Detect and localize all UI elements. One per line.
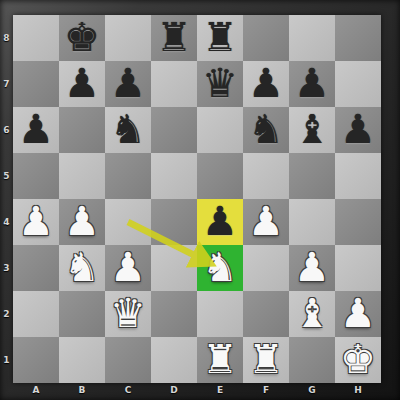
white-king-h1[interactable]: ♚ [335,337,381,383]
square-c5[interactable] [105,153,151,199]
square-b1[interactable] [59,337,105,383]
black-pawn-b7[interactable]: ♟ [59,61,105,107]
square-h6[interactable]: ♟ [335,107,381,153]
chess-board: ♚♜♜♟♟♛♟♟♟♞♞♝♟♟♟♟♟♞♟♞♟♛♝♟♜♜♚ [13,15,381,383]
white-pawn-c3[interactable]: ♟ [105,245,151,291]
square-f2[interactable] [243,291,289,337]
square-a5[interactable] [13,153,59,199]
square-e1[interactable]: ♜ [197,337,243,383]
square-h3[interactable] [335,245,381,291]
square-g7[interactable]: ♟ [289,61,335,107]
square-d6[interactable] [151,107,197,153]
highlight-green-square-e3[interactable]: ♞ [197,245,243,291]
square-g5[interactable] [289,153,335,199]
square-d4[interactable] [151,199,197,245]
white-knight-b3[interactable]: ♞ [59,245,105,291]
square-c3[interactable]: ♟ [105,245,151,291]
square-b6[interactable] [59,107,105,153]
square-e7[interactable]: ♛ [197,61,243,107]
file-label-g: G [289,383,335,400]
square-c4[interactable] [105,199,151,245]
square-a7[interactable] [13,61,59,107]
square-g6[interactable]: ♝ [289,107,335,153]
black-pawn-c7[interactable]: ♟ [105,61,151,107]
square-a3[interactable] [13,245,59,291]
rank-label-2: 2 [0,291,13,337]
file-label-f: F [243,383,289,400]
file-label-b: B [59,383,105,400]
square-e2[interactable] [197,291,243,337]
square-g8[interactable] [289,15,335,61]
square-a1[interactable] [13,337,59,383]
black-pawn-a6[interactable]: ♟ [13,107,59,153]
square-h8[interactable] [335,15,381,61]
square-c1[interactable] [105,337,151,383]
black-rook-e8[interactable]: ♜ [197,15,243,61]
rank-label-6: 6 [0,107,13,153]
square-b7[interactable]: ♟ [59,61,105,107]
square-h1[interactable]: ♚ [335,337,381,383]
square-h5[interactable] [335,153,381,199]
rank-label-1: 1 [0,337,13,383]
file-label-h: H [335,383,381,400]
square-f5[interactable] [243,153,289,199]
file-label-a: A [13,383,59,400]
square-f7[interactable]: ♟ [243,61,289,107]
square-a8[interactable] [13,15,59,61]
square-d2[interactable] [151,291,197,337]
rank-label-5: 5 [0,153,13,199]
square-d8[interactable]: ♜ [151,15,197,61]
rank-label-7: 7 [0,61,13,107]
rank-label-3: 3 [0,245,13,291]
white-rook-e1[interactable]: ♜ [197,337,243,383]
highlight-yellow-square-e4[interactable]: ♟ [197,199,243,245]
square-c8[interactable] [105,15,151,61]
chess-app-window: ♚♜♜♟♟♛♟♟♟♞♞♝♟♟♟♟♟♞♟♞♟♛♝♟♜♜♚ 87654321 ABC… [0,0,400,400]
black-pawn-e4[interactable]: ♟ [197,199,243,245]
square-b2[interactable] [59,291,105,337]
white-knight-e3[interactable]: ♞ [197,245,243,291]
black-bishop-g6[interactable]: ♝ [289,107,335,153]
square-g1[interactable] [289,337,335,383]
square-g3[interactable]: ♟ [289,245,335,291]
white-pawn-b4[interactable]: ♟ [59,199,105,245]
black-rook-d8[interactable]: ♜ [151,15,197,61]
square-b3[interactable]: ♞ [59,245,105,291]
black-knight-c6[interactable]: ♞ [105,107,151,153]
square-b5[interactable] [59,153,105,199]
square-f6[interactable]: ♞ [243,107,289,153]
file-label-c: C [105,383,151,400]
square-d7[interactable] [151,61,197,107]
square-b4[interactable]: ♟ [59,199,105,245]
white-bishop-g2[interactable]: ♝ [289,291,335,337]
black-pawn-h6[interactable]: ♟ [335,107,381,153]
square-c2[interactable]: ♛ [105,291,151,337]
black-knight-f6[interactable]: ♞ [243,107,289,153]
rank-label-4: 4 [0,199,13,245]
square-d1[interactable] [151,337,197,383]
square-f3[interactable] [243,245,289,291]
square-g2[interactable]: ♝ [289,291,335,337]
square-a2[interactable] [13,291,59,337]
square-h4[interactable] [335,199,381,245]
square-d5[interactable] [151,153,197,199]
square-d3[interactable] [151,245,197,291]
square-c7[interactable]: ♟ [105,61,151,107]
white-pawn-g3[interactable]: ♟ [289,245,335,291]
square-h7[interactable] [335,61,381,107]
square-f4[interactable]: ♟ [243,199,289,245]
square-e8[interactable]: ♜ [197,15,243,61]
square-e5[interactable] [197,153,243,199]
square-c6[interactable]: ♞ [105,107,151,153]
square-b8[interactable]: ♚ [59,15,105,61]
white-pawn-h2[interactable]: ♟ [335,291,381,337]
square-a4[interactable]: ♟ [13,199,59,245]
black-pawn-f7[interactable]: ♟ [243,61,289,107]
file-label-d: D [151,383,197,400]
rank-label-8: 8 [0,15,13,61]
square-a6[interactable]: ♟ [13,107,59,153]
square-e6[interactable] [197,107,243,153]
black-pawn-g7[interactable]: ♟ [289,61,335,107]
file-label-e: E [197,383,243,400]
square-f1[interactable]: ♜ [243,337,289,383]
white-queen-c2[interactable]: ♛ [105,291,151,337]
white-pawn-f4[interactable]: ♟ [243,199,289,245]
square-g4[interactable] [289,199,335,245]
square-f8[interactable] [243,15,289,61]
white-pawn-a4[interactable]: ♟ [13,199,59,245]
square-h2[interactable]: ♟ [335,291,381,337]
white-rook-f1[interactable]: ♜ [243,337,289,383]
black-king-b8[interactable]: ♚ [59,15,105,61]
black-queen-e7[interactable]: ♛ [197,61,243,107]
